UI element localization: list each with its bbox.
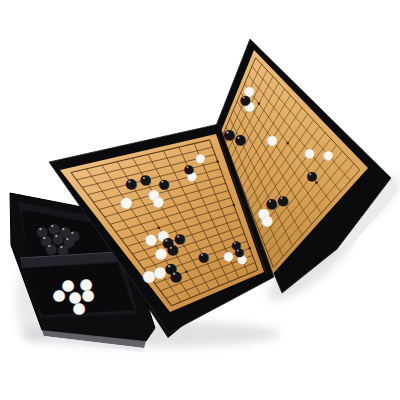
black-stone: ● — [198, 249, 210, 264]
white-stone: ● — [323, 148, 334, 162]
white-stone: ● — [72, 299, 85, 317]
svg-text:●: ● — [306, 168, 317, 183]
svg-text:●: ● — [198, 249, 210, 264]
svg-text:●: ● — [261, 212, 273, 228]
black-stone: ● — [234, 131, 246, 147]
white-stone: ● — [52, 286, 65, 304]
black-stone: ● — [57, 241, 69, 257]
svg-text:●: ● — [277, 192, 289, 208]
svg-text:●: ● — [266, 195, 278, 211]
svg-text:●: ● — [266, 132, 277, 147]
svg-text:●: ● — [166, 241, 178, 257]
svg-text:●: ● — [158, 176, 170, 191]
svg-text:●: ● — [184, 162, 195, 176]
star-point — [233, 204, 236, 207]
black-stone: ● — [184, 162, 195, 176]
svg-text:●: ● — [304, 145, 315, 160]
black-stone: ● — [266, 195, 278, 211]
svg-text:●: ● — [72, 299, 85, 317]
black-stone: ● — [306, 168, 317, 183]
black-stone: ● — [158, 176, 170, 191]
white-stone: ● — [304, 145, 315, 160]
svg-text:●: ● — [52, 286, 65, 304]
svg-text:●: ● — [234, 245, 244, 259]
black-stone: ● — [240, 92, 251, 107]
black-stone: ● — [125, 175, 137, 191]
star-point — [286, 142, 289, 145]
svg-text:●: ● — [57, 241, 69, 257]
svg-text:●: ● — [240, 92, 251, 107]
white-stone: ● — [120, 193, 133, 210]
go-set-product-photo: ●●●●●●●●●●●●●●●●●●●●●●●●●●●●●●●●●●●●●●●●… — [0, 0, 400, 400]
black-stone: ● — [277, 192, 289, 208]
black-stone: ● — [234, 245, 244, 259]
svg-text:●: ● — [195, 151, 205, 165]
star-point — [258, 102, 261, 105]
svg-text:●: ● — [152, 193, 164, 209]
svg-text:●: ● — [234, 131, 246, 147]
star-point — [249, 247, 252, 250]
go-board-scene: ●●●●●●●●●●●●●●●●●●●●●●●●●●●●●●●●●●●●●●●●… — [0, 0, 400, 400]
black-stone: ● — [169, 267, 182, 284]
white-stone: ● — [152, 193, 164, 209]
black-stone: ● — [140, 171, 152, 187]
svg-text:●: ● — [323, 148, 334, 162]
svg-text:●: ● — [140, 171, 152, 187]
white-stone: ● — [261, 212, 273, 228]
white-stone: ● — [195, 151, 205, 165]
star-point — [185, 271, 188, 274]
svg-text:●: ● — [125, 175, 137, 191]
black-stone: ● — [166, 241, 178, 257]
black-stone: ● — [45, 240, 57, 256]
svg-text:●: ● — [169, 267, 182, 284]
svg-text:●: ● — [45, 240, 57, 256]
star-point — [216, 160, 219, 163]
white-stone: ● — [266, 132, 277, 147]
svg-text:●: ● — [120, 193, 133, 210]
